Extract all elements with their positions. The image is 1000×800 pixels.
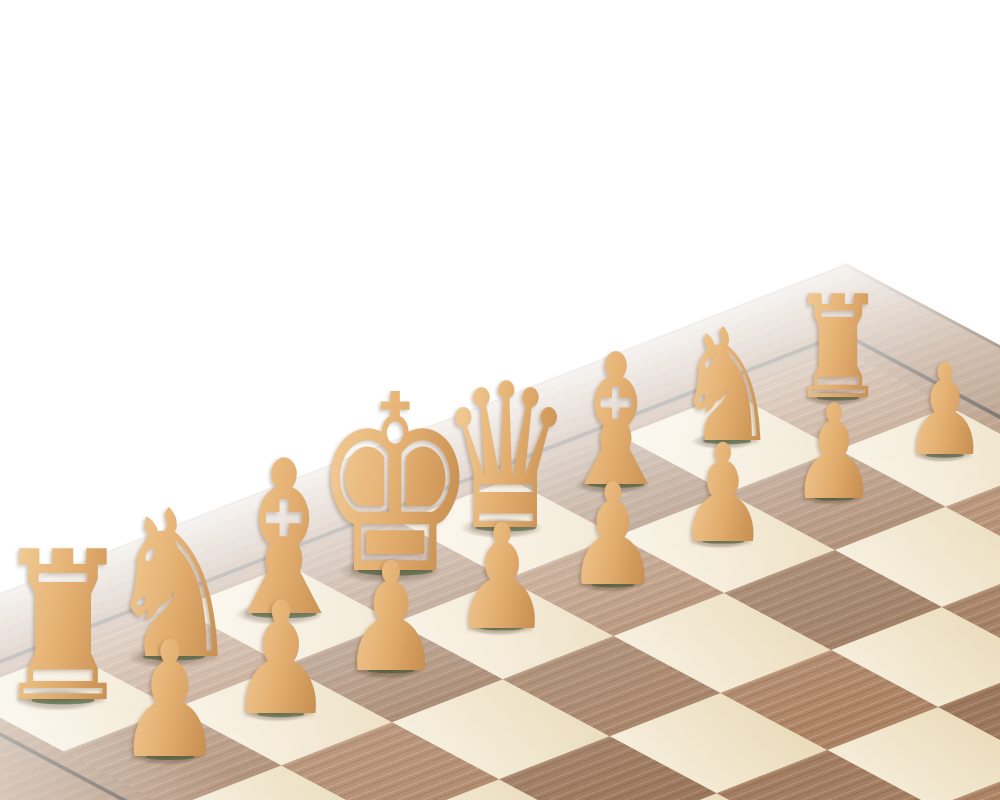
- product-photo: ♜♞♝♚♛♝♞♜♟♟♟♟♟♟♟♟: [0, 0, 1000, 800]
- chessboard: [0, 263, 1000, 800]
